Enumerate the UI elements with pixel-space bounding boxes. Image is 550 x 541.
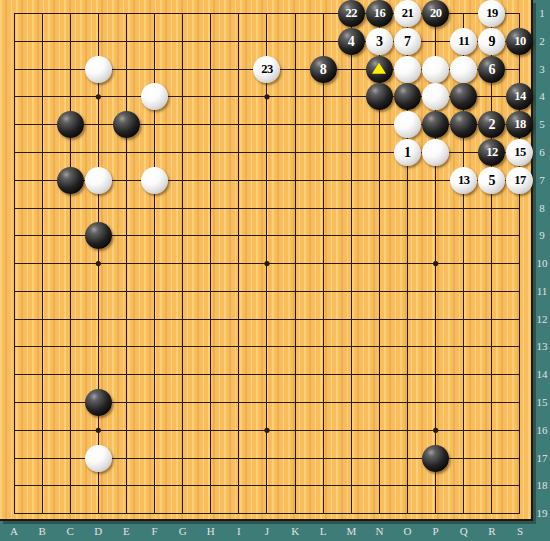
row-label-11: 11	[534, 285, 550, 298]
move-number: 9	[478, 28, 505, 55]
stone-P6	[422, 139, 449, 166]
column-label-I: I	[229, 524, 249, 538]
star-point	[264, 261, 269, 266]
stone-D17	[85, 445, 112, 472]
move-number: 13	[450, 167, 477, 194]
star-point	[264, 428, 269, 433]
move-number: 23	[253, 56, 280, 83]
column-label-D: D	[88, 524, 108, 538]
row-label-9: 9	[534, 229, 550, 242]
row-label-5: 5	[534, 118, 550, 131]
stone-R3: 6	[478, 56, 505, 83]
stone-S7: 17	[506, 167, 533, 194]
move-number: 5	[478, 167, 505, 194]
stone-D15	[85, 389, 112, 416]
stone-R1: 19	[478, 0, 505, 27]
stone-O2: 7	[394, 28, 421, 55]
move-number: 19	[478, 0, 505, 27]
stone-E5	[113, 111, 140, 138]
stone-P1: 20	[422, 0, 449, 27]
move-number: 3	[366, 28, 393, 55]
star-point	[433, 428, 438, 433]
move-number: 6	[478, 56, 505, 83]
column-label-A: A	[4, 524, 24, 538]
go-diagram: 2216212019437119102386142181121513517 AB…	[0, 0, 550, 541]
stone-Q7: 13	[450, 167, 477, 194]
column-label-C: C	[60, 524, 80, 538]
move-number: 8	[310, 56, 337, 83]
move-number: 12	[478, 139, 505, 166]
column-label-O: O	[398, 524, 418, 538]
column-label-P: P	[426, 524, 446, 538]
star-point	[264, 94, 269, 99]
move-number: 20	[422, 0, 449, 27]
stone-S2: 10	[506, 28, 533, 55]
row-label-12: 12	[534, 313, 550, 326]
stone-Q2: 11	[450, 28, 477, 55]
triangle-marker-icon	[372, 63, 386, 74]
move-number: 15	[506, 139, 533, 166]
column-label-E: E	[116, 524, 136, 538]
move-number: 1	[394, 139, 421, 166]
stone-S4: 14	[506, 83, 533, 110]
stone-D7	[85, 167, 112, 194]
stone-D9	[85, 222, 112, 249]
stone-F7	[141, 167, 168, 194]
column-label-J: J	[257, 524, 277, 538]
row-label-15: 15	[534, 396, 550, 409]
column-label-S: S	[510, 524, 530, 538]
column-label-N: N	[369, 524, 389, 538]
stone-O3	[394, 56, 421, 83]
move-number: 21	[394, 0, 421, 27]
move-number: 7	[394, 28, 421, 55]
stone-Q3	[450, 56, 477, 83]
stone-R7: 5	[478, 167, 505, 194]
star-point	[433, 261, 438, 266]
move-number: 4	[338, 28, 365, 55]
row-label-13: 13	[534, 340, 550, 353]
star-point	[96, 261, 101, 266]
row-label-18: 18	[534, 479, 550, 492]
stone-J3: 23	[253, 56, 280, 83]
stone-S6: 15	[506, 139, 533, 166]
row-label-14: 14	[534, 368, 550, 381]
column-label-H: H	[201, 524, 221, 538]
row-label-19: 19	[534, 507, 550, 520]
column-label-F: F	[145, 524, 165, 538]
row-label-4: 4	[534, 90, 550, 103]
row-label-3: 3	[534, 63, 550, 76]
column-label-B: B	[32, 524, 52, 538]
move-number: 16	[366, 0, 393, 27]
row-label-17: 17	[534, 452, 550, 465]
column-label-M: M	[341, 524, 361, 538]
stone-L3: 8	[310, 56, 337, 83]
row-label-10: 10	[534, 257, 550, 270]
stone-P17	[422, 445, 449, 472]
go-board[interactable]: 2216212019437119102386142181121513517	[0, 0, 533, 521]
row-label-6: 6	[534, 146, 550, 159]
stone-P3	[422, 56, 449, 83]
column-label-R: R	[482, 524, 502, 538]
stone-O5	[394, 111, 421, 138]
stone-C5	[57, 111, 84, 138]
stone-O1: 21	[394, 0, 421, 27]
stone-N1: 16	[366, 0, 393, 27]
row-label-1: 1	[534, 7, 550, 20]
row-label-2: 2	[534, 35, 550, 48]
stone-D3	[85, 56, 112, 83]
column-label-G: G	[173, 524, 193, 538]
stone-M1: 22	[338, 0, 365, 27]
stone-S5: 18	[506, 111, 533, 138]
stone-O6: 1	[394, 139, 421, 166]
stone-R5: 2	[478, 111, 505, 138]
star-point	[96, 428, 101, 433]
row-label-16: 16	[534, 424, 550, 437]
stone-C7	[57, 167, 84, 194]
stone-M2: 4	[338, 28, 365, 55]
move-number: 11	[450, 28, 477, 55]
stone-R2: 9	[478, 28, 505, 55]
column-label-Q: Q	[454, 524, 474, 538]
move-number: 10	[506, 28, 533, 55]
stone-N2: 3	[366, 28, 393, 55]
move-number: 17	[506, 167, 533, 194]
stone-R6: 12	[478, 139, 505, 166]
row-label-8: 8	[534, 202, 550, 215]
column-label-L: L	[313, 524, 333, 538]
move-number: 2	[478, 111, 505, 138]
move-number: 22	[338, 0, 365, 27]
stone-N3	[366, 56, 393, 83]
row-label-7: 7	[534, 174, 550, 187]
column-label-K: K	[285, 524, 305, 538]
move-number: 14	[506, 83, 533, 110]
star-point	[96, 94, 101, 99]
move-number: 18	[506, 111, 533, 138]
